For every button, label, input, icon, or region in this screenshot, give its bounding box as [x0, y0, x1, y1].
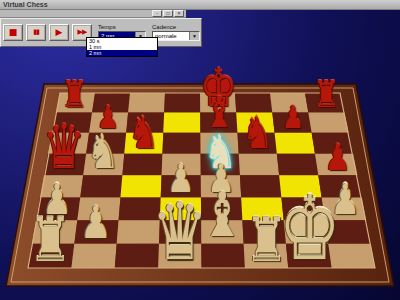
cadence-combo-group: Cadence normale ▼ — [152, 24, 200, 41]
cadence-combo-label: Cadence — [152, 24, 200, 31]
square-d8[interactable] — [164, 93, 200, 113]
piece-red-knight-f6[interactable]: ♞ — [242, 111, 272, 154]
maximize-button[interactable]: □ — [163, 10, 173, 17]
vcr-buttons: ■▮▮▶▶▶ — [1, 24, 92, 41]
piece-white-rook-a1[interactable]: ♜ — [29, 209, 72, 270]
chevron-down-icon[interactable]: ▼ — [189, 32, 199, 40]
piece-red-rook-h8[interactable]: ♜ — [313, 77, 339, 113]
toolbar-titlebar[interactable]: -□× — [0, 10, 186, 18]
fast-forward-icon: ▶▶ — [78, 28, 87, 37]
square-f4[interactable] — [240, 175, 281, 197]
stop-button[interactable]: ■ — [3, 24, 23, 41]
piece-red-knight-c6[interactable]: ♞ — [128, 111, 158, 154]
square-g5[interactable] — [277, 154, 318, 176]
piece-white-queen-d1[interactable]: ♛ — [152, 192, 208, 271]
piece-red-pawn-h5[interactable]: ♟ — [325, 139, 351, 176]
pause-button[interactable]: ▮▮ — [26, 24, 46, 41]
piece-white-knight-b5[interactable]: ♞ — [87, 130, 120, 177]
window-titlebar: Virtual Chess — [0, 0, 400, 10]
piece-red-rook-a8[interactable]: ♜ — [62, 77, 88, 113]
piece-red-queen-a5[interactable]: ♛ — [43, 117, 86, 178]
square-d7[interactable] — [163, 113, 200, 133]
dropdown-option[interactable]: 2 mn — [87, 50, 157, 56]
cadence-combo[interactable]: normale ▼ — [152, 31, 200, 41]
square-g6[interactable] — [275, 133, 315, 154]
play-button[interactable]: ▶ — [49, 24, 69, 41]
play-icon: ▶ — [56, 28, 63, 37]
minimize-button[interactable]: - — [152, 10, 162, 17]
time-combo-dropdown: 30 s1 mn2 mn — [86, 37, 158, 57]
window-title: Virtual Chess — [0, 1, 48, 9]
stop-icon: ■ — [9, 28, 18, 37]
time-combo-label: Temps — [98, 24, 146, 31]
piece-white-king-g1[interactable]: ♚ — [279, 184, 341, 273]
cadence-combo-value: normale — [153, 32, 189, 40]
close-button[interactable]: × — [174, 10, 184, 17]
piece-white-pawn-b2[interactable]: ♟ — [80, 200, 111, 245]
window-control-buttons: -□× — [152, 10, 184, 17]
square-d6[interactable] — [162, 133, 200, 154]
piece-red-pawn-g7[interactable]: ♟ — [282, 102, 304, 133]
pause-icon: ▮▮ — [33, 28, 39, 37]
